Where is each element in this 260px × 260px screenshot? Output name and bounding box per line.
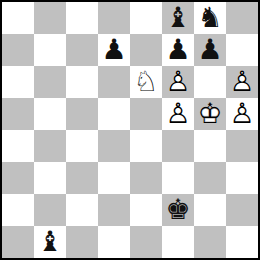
white-pawn: ♟♙ (226, 66, 258, 98)
white-pawn: ♟♙ (162, 98, 194, 130)
square-g4[interactable] (194, 130, 226, 162)
square-e3[interactable] (130, 162, 162, 194)
white-king-outline: ♔ (194, 98, 226, 130)
square-f3[interactable] (162, 162, 194, 194)
square-f2[interactable]: ♚ (162, 194, 194, 226)
square-b7[interactable] (34, 34, 66, 66)
square-c8[interactable] (66, 2, 98, 34)
square-b2[interactable] (34, 194, 66, 226)
square-a3[interactable] (2, 162, 34, 194)
square-d8[interactable] (98, 2, 130, 34)
square-f1[interactable] (162, 226, 194, 258)
square-e1[interactable] (130, 226, 162, 258)
square-c3[interactable] (66, 162, 98, 194)
chess-board: ♝♞♟♟♟♞♘♟♙♟♙♟♙♚♔♟♙♚♝ (0, 0, 260, 260)
square-f5[interactable]: ♟♙ (162, 98, 194, 130)
square-a5[interactable] (2, 98, 34, 130)
black-knight-glyph: ♞ (194, 2, 226, 34)
square-e5[interactable] (130, 98, 162, 130)
black-pawn-glyph: ♟ (194, 34, 226, 66)
square-e8[interactable] (130, 2, 162, 34)
square-a8[interactable] (2, 2, 34, 34)
square-b5[interactable] (34, 98, 66, 130)
square-e7[interactable] (130, 34, 162, 66)
square-a2[interactable] (2, 194, 34, 226)
square-f7[interactable]: ♟ (162, 34, 194, 66)
square-d6[interactable] (98, 66, 130, 98)
square-h3[interactable] (226, 162, 258, 194)
square-a7[interactable] (2, 34, 34, 66)
square-c4[interactable] (66, 130, 98, 162)
square-d3[interactable] (98, 162, 130, 194)
square-a6[interactable] (2, 66, 34, 98)
white-pawn-outline: ♙ (162, 66, 194, 98)
square-c7[interactable] (66, 34, 98, 66)
square-g8[interactable]: ♞ (194, 2, 226, 34)
square-e6[interactable]: ♞♘ (130, 66, 162, 98)
square-b3[interactable] (34, 162, 66, 194)
square-d4[interactable] (98, 130, 130, 162)
square-h7[interactable] (226, 34, 258, 66)
black-king: ♚ (162, 194, 194, 226)
black-pawn: ♟ (98, 34, 130, 66)
white-pawn: ♟♙ (226, 98, 258, 130)
square-c1[interactable] (66, 226, 98, 258)
square-b4[interactable] (34, 130, 66, 162)
square-g5[interactable]: ♚♔ (194, 98, 226, 130)
square-b8[interactable] (34, 2, 66, 34)
black-pawn-glyph: ♟ (162, 34, 194, 66)
black-pawn: ♟ (194, 34, 226, 66)
square-h2[interactable] (226, 194, 258, 226)
black-bishop: ♝ (162, 2, 194, 34)
white-pawn: ♟♙ (162, 66, 194, 98)
square-f6[interactable]: ♟♙ (162, 66, 194, 98)
square-h5[interactable]: ♟♙ (226, 98, 258, 130)
square-g6[interactable] (194, 66, 226, 98)
square-h4[interactable] (226, 130, 258, 162)
square-b6[interactable] (34, 66, 66, 98)
square-a1[interactable] (2, 226, 34, 258)
white-knight: ♞♘ (130, 66, 162, 98)
square-c2[interactable] (66, 194, 98, 226)
square-d1[interactable] (98, 226, 130, 258)
square-e4[interactable] (130, 130, 162, 162)
square-b1[interactable]: ♝ (34, 226, 66, 258)
square-d7[interactable]: ♟ (98, 34, 130, 66)
square-h8[interactable] (226, 2, 258, 34)
square-g3[interactable] (194, 162, 226, 194)
white-pawn-outline: ♙ (162, 98, 194, 130)
black-knight: ♞ (194, 2, 226, 34)
square-h6[interactable]: ♟♙ (226, 66, 258, 98)
square-f4[interactable] (162, 130, 194, 162)
black-pawn-glyph: ♟ (98, 34, 130, 66)
black-pawn: ♟ (162, 34, 194, 66)
black-bishop-glyph: ♝ (162, 2, 194, 34)
white-pawn-outline: ♙ (226, 98, 258, 130)
square-e2[interactable] (130, 194, 162, 226)
chess-diagram: ♝♞♟♟♟♞♘♟♙♟♙♟♙♚♔♟♙♚♝ (0, 0, 260, 260)
square-a4[interactable] (2, 130, 34, 162)
square-g7[interactable]: ♟ (194, 34, 226, 66)
black-king-glyph: ♚ (162, 194, 194, 226)
square-c5[interactable] (66, 98, 98, 130)
white-king: ♚♔ (194, 98, 226, 130)
square-d2[interactable] (98, 194, 130, 226)
square-h1[interactable] (226, 226, 258, 258)
square-g1[interactable] (194, 226, 226, 258)
black-bishop: ♝ (34, 226, 66, 258)
black-bishop-glyph: ♝ (34, 226, 66, 258)
square-c6[interactable] (66, 66, 98, 98)
white-knight-outline: ♘ (130, 66, 162, 98)
square-d5[interactable] (98, 98, 130, 130)
white-pawn-outline: ♙ (226, 66, 258, 98)
square-g2[interactable] (194, 194, 226, 226)
square-f8[interactable]: ♝ (162, 2, 194, 34)
